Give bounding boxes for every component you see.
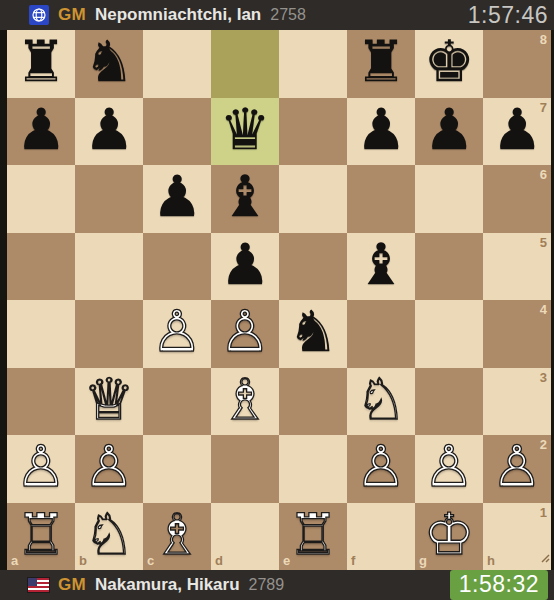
- square-f5[interactable]: ♝: [347, 233, 415, 301]
- square-c2[interactable]: [143, 435, 211, 503]
- file-label-d: d: [215, 554, 223, 567]
- piece-white-rook[interactable]: ♖: [287, 506, 338, 567]
- square-f3[interactable]: ♘: [347, 368, 415, 436]
- piece-white-pawn[interactable]: ♙: [83, 438, 134, 499]
- square-d5[interactable]: ♟: [211, 233, 279, 301]
- piece-white-pawn[interactable]: ♙: [219, 303, 270, 364]
- top-player-title: GM: [58, 5, 86, 25]
- board-area: ♜♞♜♚8♟♟♛♟♟♟7♟♝6♟♝5♙♙♞4♕♗♘3♙♙♙♙♙2♖a♘b♗cd♖…: [0, 30, 554, 570]
- square-h2[interactable]: ♙2: [483, 435, 551, 503]
- rank-label-5: 5: [540, 236, 547, 249]
- piece-white-queen[interactable]: ♕: [83, 371, 134, 432]
- piece-white-knight[interactable]: ♘: [355, 371, 406, 432]
- top-player-name[interactable]: Nepomniachtchi, Ian: [95, 5, 261, 25]
- rank-label-3: 3: [540, 371, 547, 384]
- square-b8[interactable]: ♞: [75, 30, 143, 98]
- piece-white-bishop[interactable]: ♗: [219, 371, 270, 432]
- piece-white-king[interactable]: ♔: [423, 506, 474, 567]
- file-label-e: e: [283, 554, 290, 567]
- piece-black-pawn[interactable]: ♟: [83, 101, 134, 162]
- bottom-player-title: GM: [58, 575, 86, 595]
- square-c7[interactable]: [143, 98, 211, 166]
- square-d1[interactable]: d: [211, 503, 279, 571]
- square-d4[interactable]: ♙: [211, 300, 279, 368]
- square-g7[interactable]: ♟: [415, 98, 483, 166]
- piece-black-pawn[interactable]: ♟: [491, 101, 542, 162]
- piece-white-bishop[interactable]: ♗: [151, 506, 202, 567]
- square-g5[interactable]: [415, 233, 483, 301]
- square-d6[interactable]: ♝: [211, 165, 279, 233]
- square-e5[interactable]: [279, 233, 347, 301]
- square-g1[interactable]: ♔g: [415, 503, 483, 571]
- square-b3[interactable]: ♕: [75, 368, 143, 436]
- square-h6[interactable]: 6: [483, 165, 551, 233]
- square-d3[interactable]: ♗: [211, 368, 279, 436]
- square-d2[interactable]: [211, 435, 279, 503]
- square-c3[interactable]: [143, 368, 211, 436]
- piece-white-pawn[interactable]: ♙: [151, 303, 202, 364]
- piece-black-rook[interactable]: ♜: [355, 33, 406, 94]
- rank-label-1: 1: [540, 506, 547, 519]
- square-d7[interactable]: ♛: [211, 98, 279, 166]
- rank-label-4: 4: [540, 303, 547, 316]
- piece-white-pawn[interactable]: ♙: [423, 438, 474, 499]
- square-f4[interactable]: [347, 300, 415, 368]
- square-c4[interactable]: ♙: [143, 300, 211, 368]
- piece-white-pawn[interactable]: ♙: [355, 438, 406, 499]
- square-c6[interactable]: ♟: [143, 165, 211, 233]
- file-label-b: b: [79, 554, 87, 567]
- square-e7[interactable]: [279, 98, 347, 166]
- piece-white-rook[interactable]: ♖: [15, 506, 66, 567]
- square-h7[interactable]: ♟7: [483, 98, 551, 166]
- rank-label-2: 2: [540, 438, 547, 451]
- square-e6[interactable]: [279, 165, 347, 233]
- file-label-f: f: [351, 554, 355, 567]
- top-player-clock: 1:57:46: [468, 2, 548, 29]
- piece-black-knight[interactable]: ♞: [287, 303, 338, 364]
- square-g8[interactable]: ♚: [415, 30, 483, 98]
- square-f8[interactable]: ♜: [347, 30, 415, 98]
- square-b5[interactable]: [75, 233, 143, 301]
- piece-black-bishop[interactable]: ♝: [219, 168, 270, 229]
- square-h5[interactable]: 5: [483, 233, 551, 301]
- square-b4[interactable]: [75, 300, 143, 368]
- chess-board[interactable]: ♜♞♜♚8♟♟♛♟♟♟7♟♝6♟♝5♙♙♞4♕♗♘3♙♙♙♙♙2♖a♘b♗cd♖…: [7, 30, 551, 570]
- square-b2[interactable]: ♙: [75, 435, 143, 503]
- square-c1[interactable]: ♗c: [143, 503, 211, 571]
- square-a4[interactable]: [7, 300, 75, 368]
- rank-label-6: 6: [540, 168, 547, 181]
- square-e8[interactable]: [279, 30, 347, 98]
- piece-black-pawn[interactable]: ♟: [151, 168, 202, 229]
- piece-black-pawn[interactable]: ♟: [423, 101, 474, 162]
- piece-black-pawn[interactable]: ♟: [15, 101, 66, 162]
- square-d8[interactable]: [211, 30, 279, 98]
- piece-white-pawn[interactable]: ♙: [15, 438, 66, 499]
- piece-black-rook[interactable]: ♜: [15, 33, 66, 94]
- square-a2[interactable]: ♙: [7, 435, 75, 503]
- square-b1[interactable]: ♘b: [75, 503, 143, 571]
- bottom-player-bar: GM Nakamura, Hikaru 2789 1:58:32: [0, 570, 554, 600]
- square-h4[interactable]: 4: [483, 300, 551, 368]
- square-f2[interactable]: ♙: [347, 435, 415, 503]
- piece-black-pawn[interactable]: ♟: [219, 236, 270, 297]
- square-e4[interactable]: ♞: [279, 300, 347, 368]
- square-a6[interactable]: [7, 165, 75, 233]
- square-a3[interactable]: [7, 368, 75, 436]
- square-g6[interactable]: [415, 165, 483, 233]
- square-a7[interactable]: ♟: [7, 98, 75, 166]
- square-c5[interactable]: [143, 233, 211, 301]
- piece-white-pawn[interactable]: ♙: [491, 438, 542, 499]
- us-flag-icon: [28, 578, 49, 592]
- resize-handle-icon[interactable]: [538, 549, 550, 567]
- square-g4[interactable]: [415, 300, 483, 368]
- top-player-rating: 2758: [270, 6, 306, 24]
- top-player-flag: [28, 5, 49, 25]
- file-label-a: a: [11, 554, 18, 567]
- square-f6[interactable]: [347, 165, 415, 233]
- file-label-h: h: [487, 554, 495, 567]
- top-player-bar: GM Nepomniachtchi, Ian 2758 1:57:46: [0, 0, 554, 30]
- piece-black-bishop[interactable]: ♝: [355, 236, 406, 297]
- square-g3[interactable]: [415, 368, 483, 436]
- file-label-c: c: [147, 554, 154, 567]
- square-b6[interactable]: [75, 165, 143, 233]
- bottom-player-clock: 1:58:32: [450, 570, 548, 600]
- bottom-player-flag: [28, 575, 49, 595]
- square-a8[interactable]: ♜: [7, 30, 75, 98]
- square-f7[interactable]: ♟: [347, 98, 415, 166]
- square-g2[interactable]: ♙: [415, 435, 483, 503]
- piece-black-knight[interactable]: ♞: [83, 33, 134, 94]
- square-h8[interactable]: 8: [483, 30, 551, 98]
- rank-label-8: 8: [540, 33, 547, 46]
- piece-black-pawn[interactable]: ♟: [355, 101, 406, 162]
- chess-game-window: GM Nepomniachtchi, Ian 2758 1:57:46 ♜♞♜♚…: [0, 0, 554, 600]
- square-b7[interactable]: ♟: [75, 98, 143, 166]
- piece-white-knight[interactable]: ♘: [83, 506, 134, 567]
- square-e1[interactable]: ♖e: [279, 503, 347, 571]
- square-e2[interactable]: [279, 435, 347, 503]
- square-a5[interactable]: [7, 233, 75, 301]
- square-h3[interactable]: 3: [483, 368, 551, 436]
- piece-black-queen[interactable]: ♛: [219, 101, 270, 162]
- bottom-player-name[interactable]: Nakamura, Hikaru: [95, 575, 240, 595]
- square-a1[interactable]: ♖a: [7, 503, 75, 571]
- piece-black-king[interactable]: ♚: [423, 33, 474, 94]
- bottom-player-rating: 2789: [249, 576, 285, 594]
- square-e3[interactable]: [279, 368, 347, 436]
- square-f1[interactable]: f: [347, 503, 415, 571]
- file-label-g: g: [419, 554, 427, 567]
- rank-label-7: 7: [540, 101, 547, 114]
- square-c8[interactable]: [143, 30, 211, 98]
- globe-icon: [29, 5, 49, 25]
